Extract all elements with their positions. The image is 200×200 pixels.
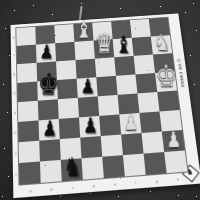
- file-label-d: d: [87, 182, 100, 188]
- square-d2: [80, 136, 102, 158]
- white-bishop-d8: ♝: [75, 18, 92, 41]
- file-label-b: b: [45, 185, 58, 191]
- square-f3: ♟: [119, 113, 141, 135]
- square-h4: [157, 91, 179, 112]
- square-f1: [123, 154, 146, 177]
- black-pawn-b7: ♟: [39, 43, 54, 62]
- square-c1: ♞: [61, 158, 83, 181]
- square-c8: [54, 24, 74, 43]
- square-c3: [59, 117, 80, 139]
- square-h6: [153, 53, 175, 73]
- black-pawn-d3: ♟: [83, 115, 98, 136]
- square-a2: [19, 141, 40, 163]
- square-g8: [130, 19, 151, 38]
- rank-label-5: 5: [13, 87, 17, 99]
- white-pawn-h2: ♟: [166, 129, 182, 151]
- file-label-a: a: [24, 187, 37, 193]
- square-f2: [121, 133, 143, 155]
- square-g4: [137, 92, 159, 113]
- square-b5: ♚: [37, 80, 58, 101]
- square-g6: [134, 55, 155, 75]
- file-label-f: f: [129, 179, 142, 185]
- square-b3: ♟: [39, 119, 60, 141]
- black-pawn-b3: ♟: [42, 118, 57, 139]
- rank-label-8: 8: [12, 32, 16, 43]
- board-grid: ♝♟♛♝♞♚♟♚♟♟♟♟♞: [16, 18, 187, 185]
- square-e4: [98, 95, 120, 116]
- square-e8: [92, 22, 112, 41]
- square-h8: [149, 18, 170, 37]
- square-c4: [58, 98, 79, 119]
- square-h1: [164, 150, 187, 173]
- square-a3: [18, 120, 39, 142]
- white-pawn-f3: ♟: [124, 112, 139, 133]
- square-a5: [17, 82, 37, 103]
- square-h3: [159, 110, 182, 131]
- square-b8: [35, 25, 55, 44]
- film-grain-dark: [0, 0, 1, 1]
- edge-brand-text: US CHESS: [177, 64, 184, 88]
- black-pawn-d5: ♟: [81, 77, 95, 97]
- square-c6: [56, 60, 77, 80]
- square-d4: [78, 96, 99, 117]
- rank-label-2: 2: [14, 146, 18, 159]
- rank-label-3: 3: [13, 126, 17, 138]
- square-e1: [102, 155, 125, 178]
- file-label-c: c: [66, 184, 79, 190]
- square-c7: [55, 42, 75, 62]
- square-d5: ♟: [77, 77, 98, 98]
- square-g5: [135, 73, 157, 93]
- square-e2: [101, 135, 123, 157]
- square-b6: [37, 61, 57, 81]
- square-f6: [114, 56, 135, 76]
- square-b4: [38, 99, 59, 120]
- square-f5: [116, 74, 138, 94]
- rank-label-4: 4: [13, 106, 17, 118]
- square-d6: [75, 59, 96, 79]
- square-a1: [19, 161, 41, 184]
- square-b7: ♟: [36, 43, 56, 63]
- square-h5: ♚: [155, 72, 177, 92]
- square-f8: [111, 20, 132, 39]
- square-h2: ♟: [162, 130, 185, 152]
- square-d3: ♟: [79, 116, 101, 138]
- square-b1: [40, 160, 62, 183]
- photo-frame: 87654321 abcdefgh © US CHESS ♞ ♝♟♛♝♞♚♟♚♟…: [0, 0, 200, 200]
- square-a8: [16, 27, 36, 46]
- file-label-g: g: [150, 177, 163, 183]
- square-a6: [17, 63, 37, 83]
- rank-label-1: 1: [14, 167, 18, 180]
- square-g7: [132, 37, 153, 56]
- square-a4: [18, 101, 39, 122]
- square-e5: [96, 76, 117, 96]
- copyright-icon: ©: [176, 57, 181, 62]
- rank-label-7: 7: [12, 50, 16, 61]
- file-label-e: e: [108, 181, 121, 187]
- square-g2: [141, 131, 164, 153]
- square-b2: [39, 139, 61, 161]
- square-d8: ♝: [73, 23, 93, 42]
- square-d1: [82, 157, 104, 180]
- square-f4: [118, 93, 140, 114]
- square-g1: [144, 152, 167, 175]
- square-e7: ♛: [94, 39, 115, 58]
- rank-label-6: 6: [12, 68, 16, 80]
- square-h7: ♞: [151, 35, 172, 54]
- square-c5: [57, 79, 78, 100]
- square-e6: [95, 57, 116, 77]
- square-c2: [60, 138, 82, 160]
- square-a7: [17, 45, 37, 65]
- square-f7: ♝: [113, 38, 134, 57]
- square-e3: [99, 114, 121, 136]
- square-d7: [74, 41, 95, 61]
- square-g3: [139, 111, 161, 133]
- chess-board: 87654321 abcdefgh © US CHESS ♞ ♝♟♛♝♞♚♟♚♟…: [11, 13, 200, 198]
